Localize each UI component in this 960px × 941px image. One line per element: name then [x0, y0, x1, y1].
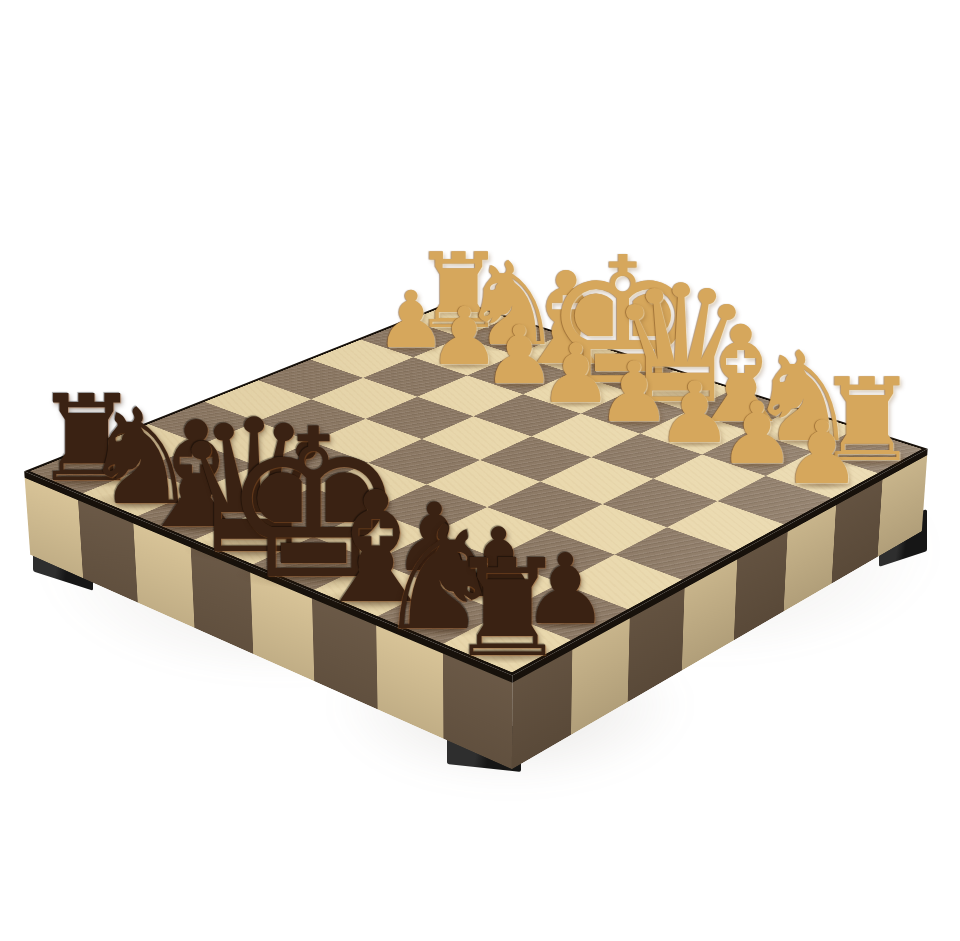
black-rook-glyph: ♜ [447, 542, 567, 676]
white-pawn-glyph: ♟ [783, 411, 861, 498]
piece-white-pawn-a2[interactable]: ♟ [783, 411, 861, 498]
square-b4[interactable] [603, 479, 718, 528]
piece-black-rook-a8[interactable]: ♜ [447, 542, 567, 676]
square-c4[interactable] [540, 457, 653, 504]
chess-product-photo: ♜♞♝♚♛♝♞♜♟♟♟♟♟♟♟♟♟♟♟♜♞♝♛♚♝♞♜ [0, 0, 960, 941]
